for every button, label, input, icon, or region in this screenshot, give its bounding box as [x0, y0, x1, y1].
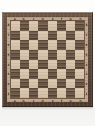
- square-a6[interactable]: [11, 40, 20, 50]
- square-c5[interactable]: [29, 50, 38, 60]
- file-labels-bottom: abcdefgh: [10, 99, 85, 102]
- square-g2[interactable]: [66, 79, 75, 89]
- square-c3[interactable]: [29, 69, 38, 79]
- square-h3[interactable]: [75, 69, 84, 79]
- square-g8[interactable]: [66, 21, 75, 31]
- square-b7[interactable]: [20, 31, 29, 41]
- square-b1[interactable]: [20, 88, 29, 98]
- square-b6[interactable]: [20, 40, 29, 50]
- rank-label-4: 4: [86, 62, 88, 67]
- square-d5[interactable]: [38, 50, 47, 60]
- squares-grid: [10, 20, 85, 99]
- square-f2[interactable]: [57, 79, 66, 89]
- square-c2[interactable]: [29, 79, 38, 89]
- file-label-e: e: [50, 100, 55, 102]
- file-label-f: f: [59, 100, 64, 102]
- rank-label-5: 5: [86, 52, 88, 57]
- square-c7[interactable]: [29, 31, 38, 41]
- square-e4[interactable]: [48, 60, 57, 70]
- file-label-c: c: [31, 100, 36, 102]
- square-h1[interactable]: [75, 88, 84, 98]
- square-h2[interactable]: [75, 79, 84, 89]
- square-d3[interactable]: [38, 69, 47, 79]
- square-f4[interactable]: [57, 60, 66, 70]
- square-f3[interactable]: [57, 69, 66, 79]
- square-g7[interactable]: [66, 31, 75, 41]
- rank-label-2: 2: [86, 82, 88, 87]
- square-c4[interactable]: [29, 60, 38, 70]
- square-a5[interactable]: [11, 50, 20, 60]
- rank-label-6: 6: [86, 42, 88, 47]
- square-a4[interactable]: [11, 60, 20, 70]
- square-d4[interactable]: [38, 60, 47, 70]
- square-a8[interactable]: [11, 21, 20, 31]
- product-photo-background: abcdefgh abcdefgh 87654321 87654321: [0, 0, 95, 126]
- square-e7[interactable]: [48, 31, 57, 41]
- square-d1[interactable]: [38, 88, 47, 98]
- board-coordinate-strip: abcdefgh abcdefgh 87654321 87654321: [7, 17, 88, 102]
- square-c6[interactable]: [29, 40, 38, 50]
- square-e8[interactable]: [48, 21, 57, 31]
- square-a2[interactable]: [11, 79, 20, 89]
- square-d7[interactable]: [38, 31, 47, 41]
- square-b2[interactable]: [20, 79, 29, 89]
- square-g6[interactable]: [66, 40, 75, 50]
- square-h5[interactable]: [75, 50, 84, 60]
- rank-label-8: 8: [86, 22, 88, 27]
- square-e6[interactable]: [48, 40, 57, 50]
- square-c1[interactable]: [29, 88, 38, 98]
- square-g3[interactable]: [66, 69, 75, 79]
- square-f5[interactable]: [57, 50, 66, 60]
- square-e3[interactable]: [48, 69, 57, 79]
- file-label-d: d: [40, 100, 45, 102]
- file-label-h: h: [78, 100, 83, 102]
- square-b3[interactable]: [20, 69, 29, 79]
- square-b5[interactable]: [20, 50, 29, 60]
- square-f8[interactable]: [57, 21, 66, 31]
- square-a7[interactable]: [11, 31, 20, 41]
- square-a1[interactable]: [11, 88, 20, 98]
- square-c8[interactable]: [29, 21, 38, 31]
- rank-labels-right: 87654321: [85, 20, 88, 99]
- square-f7[interactable]: [57, 31, 66, 41]
- square-b4[interactable]: [20, 60, 29, 70]
- file-label-g: g: [69, 100, 74, 102]
- square-e1[interactable]: [48, 88, 57, 98]
- rank-label-1: 1: [86, 92, 88, 97]
- square-g5[interactable]: [66, 50, 75, 60]
- square-h8[interactable]: [75, 21, 84, 31]
- square-e2[interactable]: [48, 79, 57, 89]
- rank-label-7: 7: [86, 32, 88, 37]
- square-h4[interactable]: [75, 60, 84, 70]
- square-g4[interactable]: [66, 60, 75, 70]
- rank-label-3: 3: [86, 72, 88, 77]
- file-label-a: a: [12, 100, 17, 102]
- square-d6[interactable]: [38, 40, 47, 50]
- square-b8[interactable]: [20, 21, 29, 31]
- square-d2[interactable]: [38, 79, 47, 89]
- file-label-b: b: [22, 100, 27, 102]
- square-d8[interactable]: [38, 21, 47, 31]
- square-e5[interactable]: [48, 50, 57, 60]
- chess-board: abcdefgh abcdefgh 87654321 87654321: [2, 12, 93, 107]
- square-h7[interactable]: [75, 31, 84, 41]
- square-f1[interactable]: [57, 88, 66, 98]
- square-f6[interactable]: [57, 40, 66, 50]
- square-a3[interactable]: [11, 69, 20, 79]
- square-g1[interactable]: [66, 88, 75, 98]
- square-h6[interactable]: [75, 40, 84, 50]
